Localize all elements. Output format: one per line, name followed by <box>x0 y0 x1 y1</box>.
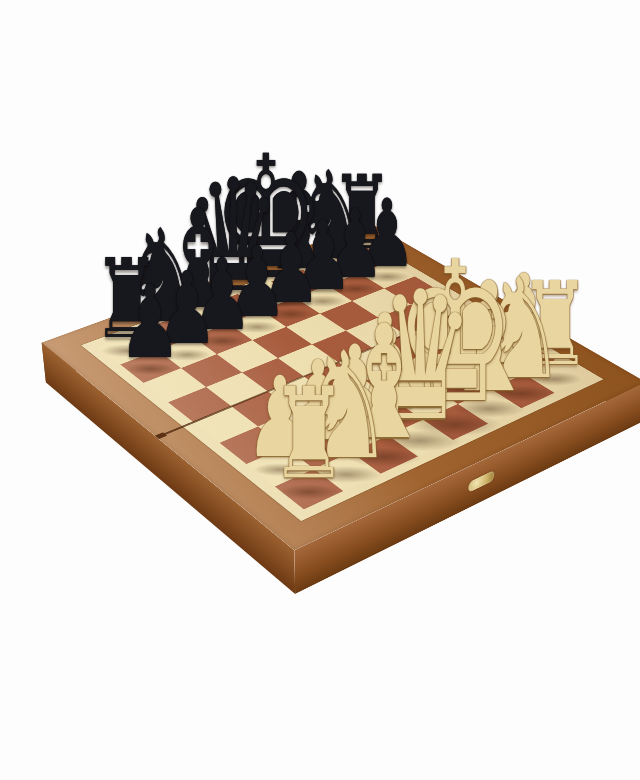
scene <box>0 0 640 780</box>
chess-set-box <box>42 223 640 550</box>
square-d3 <box>330 380 393 415</box>
square-f2 <box>428 370 491 404</box>
square-c2 <box>322 415 387 452</box>
chess-set-product-photo: ♜♞♝♛♚♝♞♜♟♟♟♟♟♟♟♟♟♟♟♟♟♟♟♟♜♞♝♛♚♝♞♜ <box>0 0 640 780</box>
square-g1 <box>491 374 554 408</box>
square-e1 <box>423 404 488 440</box>
square-a2 <box>246 447 313 486</box>
square-c3 <box>294 395 358 431</box>
square-f1 <box>457 389 521 424</box>
square-a6 <box>144 368 206 402</box>
square-c5 <box>242 358 304 391</box>
square-a1 <box>275 469 343 510</box>
square-b5 <box>205 372 267 406</box>
square-h1 <box>523 360 586 393</box>
square-b2 <box>285 431 351 469</box>
brass-clasp <box>468 470 494 493</box>
square-d2 <box>358 400 422 436</box>
square-b4 <box>231 391 294 426</box>
square-c1 <box>351 435 418 473</box>
square-b1 <box>313 452 380 491</box>
square-d1 <box>387 419 453 456</box>
square-e2 <box>393 385 457 420</box>
square-d4 <box>303 362 365 395</box>
square-e3 <box>365 366 427 400</box>
square-a3 <box>219 426 284 464</box>
square-b3 <box>257 411 322 448</box>
board-top <box>42 223 640 550</box>
square-c4 <box>268 376 331 410</box>
square-a5 <box>168 387 231 422</box>
square-a4 <box>193 406 257 442</box>
